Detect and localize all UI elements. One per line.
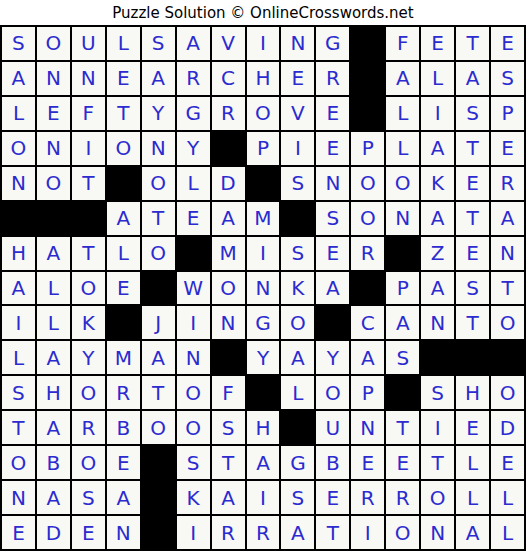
black-cell: [351, 62, 384, 95]
letter-cell: A: [281, 341, 314, 374]
letter-cell: O: [421, 481, 454, 514]
letter-cell: V: [281, 97, 314, 130]
letter-cell: L: [386, 97, 419, 130]
letter-cell: E: [491, 132, 524, 165]
letter-cell: E: [351, 446, 384, 479]
letter-cell: N: [281, 27, 314, 60]
letter-cell: B: [37, 446, 70, 479]
black-cell: [281, 411, 314, 444]
letter-cell: E: [456, 167, 489, 200]
letter-cell: A: [37, 481, 70, 514]
letter-cell: L: [37, 306, 70, 339]
letter-cell: E: [72, 516, 105, 549]
letter-cell: R: [351, 237, 384, 270]
letter-cell: S: [2, 376, 35, 409]
black-cell: [72, 202, 105, 235]
letter-cell: E: [456, 237, 489, 270]
letter-cell: I: [177, 306, 210, 339]
letter-cell: E: [281, 62, 314, 95]
letter-cell: O: [107, 132, 140, 165]
letter-cell: T: [456, 202, 489, 235]
letter-cell: O: [37, 167, 70, 200]
letter-cell: L: [456, 481, 489, 514]
letter-cell: H: [247, 62, 280, 95]
letter-cell: R: [212, 516, 245, 549]
letter-cell: A: [212, 481, 245, 514]
letter-cell: O: [281, 306, 314, 339]
letter-cell: L: [177, 167, 210, 200]
black-cell: [212, 341, 245, 374]
letter-cell: S: [456, 97, 489, 130]
letter-cell: E: [316, 237, 349, 270]
black-cell: [107, 306, 140, 339]
letter-cell: M: [212, 237, 245, 270]
letter-cell: A: [456, 516, 489, 549]
letter-cell: O: [72, 446, 105, 479]
letter-cell: O: [351, 202, 384, 235]
letter-cell: R: [107, 376, 140, 409]
letter-cell: S: [2, 27, 35, 60]
letter-cell: N: [212, 306, 245, 339]
black-cell: [351, 272, 384, 305]
letter-cell: N: [2, 167, 35, 200]
letter-cell: G: [177, 97, 210, 130]
letter-cell: E: [37, 97, 70, 130]
letter-cell: O: [386, 167, 419, 200]
letter-cell: L: [421, 62, 454, 95]
letter-cell: L: [491, 516, 524, 549]
letter-cell: R: [212, 97, 245, 130]
letter-cell: A: [386, 62, 419, 95]
letter-cell: M: [247, 202, 280, 235]
letter-cell: I: [351, 516, 384, 549]
letter-cell: K: [177, 481, 210, 514]
letter-cell: A: [316, 272, 349, 305]
letter-cell: F: [386, 27, 419, 60]
letter-cell: S: [281, 167, 314, 200]
letter-cell: R: [247, 516, 280, 549]
letter-cell: N: [421, 306, 454, 339]
letter-cell: Y: [142, 97, 175, 130]
letter-cell: L: [107, 27, 140, 60]
letter-cell: E: [456, 411, 489, 444]
letter-cell: H: [247, 411, 280, 444]
letter-cell: N: [37, 132, 70, 165]
black-cell: [142, 272, 175, 305]
letter-cell: O: [37, 27, 70, 60]
letter-cell: F: [72, 97, 105, 130]
letter-cell: S: [421, 376, 454, 409]
letter-cell: A: [2, 62, 35, 95]
letter-cell: O: [212, 272, 245, 305]
letter-cell: D: [491, 411, 524, 444]
letter-cell: A: [456, 62, 489, 95]
letter-cell: A: [212, 202, 245, 235]
letter-cell: T: [386, 411, 419, 444]
letter-cell: I: [72, 132, 105, 165]
letter-cell: N: [37, 62, 70, 95]
letter-cell: T: [142, 202, 175, 235]
letter-cell: I: [281, 132, 314, 165]
letter-cell: E: [2, 516, 35, 549]
letter-cell: K: [281, 272, 314, 305]
letter-cell: A: [421, 202, 454, 235]
letter-cell: O: [177, 411, 210, 444]
letter-cell: O: [142, 411, 175, 444]
letter-cell: L: [281, 376, 314, 409]
letter-cell: L: [386, 132, 419, 165]
black-cell: [212, 132, 245, 165]
letter-cell: U: [72, 27, 105, 60]
letter-cell: E: [316, 481, 349, 514]
letter-cell: T: [456, 306, 489, 339]
letter-cell: P: [351, 132, 384, 165]
black-cell: [2, 202, 35, 235]
letter-cell: F: [212, 376, 245, 409]
letter-cell: O: [386, 516, 419, 549]
letter-cell: O: [351, 167, 384, 200]
letter-cell: N: [107, 516, 140, 549]
black-cell: [456, 341, 489, 374]
letter-cell: E: [316, 97, 349, 130]
letter-cell: P: [386, 272, 419, 305]
letter-cell: R: [72, 411, 105, 444]
letter-cell: R: [316, 62, 349, 95]
letter-cell: L: [491, 481, 524, 514]
letter-cell: O: [491, 306, 524, 339]
letter-cell: C: [351, 306, 384, 339]
letter-cell: A: [351, 341, 384, 374]
letter-cell: S: [177, 446, 210, 479]
letter-cell: N: [491, 237, 524, 270]
letter-cell: O: [142, 167, 175, 200]
letter-cell: T: [72, 167, 105, 200]
letter-cell: E: [107, 446, 140, 479]
letter-cell: L: [2, 341, 35, 374]
black-cell: [142, 516, 175, 549]
letter-cell: G: [247, 306, 280, 339]
letter-cell: E: [177, 202, 210, 235]
letter-cell: S: [72, 481, 105, 514]
black-cell: [281, 202, 314, 235]
letter-cell: P: [491, 97, 524, 130]
letter-cell: O: [491, 376, 524, 409]
letter-cell: A: [37, 341, 70, 374]
crossword-grid: SOULSAVINGFETEANNEARCHERALASLEFTYGROVELI…: [0, 25, 526, 551]
letter-cell: N: [421, 516, 454, 549]
letter-cell: E: [316, 132, 349, 165]
letter-cell: E: [491, 27, 524, 60]
letter-cell: E: [107, 62, 140, 95]
letter-cell: I: [247, 481, 280, 514]
letter-cell: P: [351, 376, 384, 409]
letter-cell: O: [2, 446, 35, 479]
letter-cell: R: [177, 62, 210, 95]
letter-cell: T: [107, 97, 140, 130]
letter-cell: A: [386, 306, 419, 339]
letter-cell: O: [316, 376, 349, 409]
letter-cell: T: [212, 446, 245, 479]
letter-cell: T: [316, 516, 349, 549]
black-cell: [247, 376, 280, 409]
letter-cell: T: [491, 272, 524, 305]
black-cell: [386, 237, 419, 270]
letter-cell: V: [212, 27, 245, 60]
black-cell: [142, 481, 175, 514]
puzzle-solution-page: Puzzle Solution © OnlineCrosswords.net S…: [0, 0, 526, 551]
black-cell: [107, 167, 140, 200]
letter-cell: A: [37, 237, 70, 270]
letter-cell: A: [2, 272, 35, 305]
letter-cell: B: [316, 446, 349, 479]
letter-cell: I: [421, 411, 454, 444]
letter-cell: E: [107, 272, 140, 305]
black-cell: [37, 202, 70, 235]
letter-cell: O: [72, 272, 105, 305]
letter-cell: E: [491, 446, 524, 479]
letter-cell: N: [2, 481, 35, 514]
letter-cell: N: [247, 272, 280, 305]
letter-cell: I: [421, 97, 454, 130]
letter-cell: S: [316, 202, 349, 235]
letter-cell: Y: [247, 341, 280, 374]
letter-cell: O: [2, 132, 35, 165]
letter-cell: W: [177, 272, 210, 305]
black-cell: [351, 97, 384, 130]
letter-cell: Y: [316, 341, 349, 374]
letter-cell: A: [491, 202, 524, 235]
letter-cell: I: [247, 237, 280, 270]
black-cell: [177, 237, 210, 270]
letter-cell: L: [37, 272, 70, 305]
letter-cell: N: [351, 411, 384, 444]
black-cell: [247, 167, 280, 200]
letter-cell: I: [2, 306, 35, 339]
letter-cell: O: [177, 376, 210, 409]
black-cell: [316, 306, 349, 339]
letter-cell: A: [281, 516, 314, 549]
title-bar: Puzzle Solution © OnlineCrosswords.net: [0, 0, 526, 25]
letter-cell: N: [316, 167, 349, 200]
letter-cell: N: [142, 132, 175, 165]
letter-cell: E: [421, 27, 454, 60]
letter-cell: A: [107, 481, 140, 514]
letter-cell: S: [281, 237, 314, 270]
letter-cell: Z: [421, 237, 454, 270]
letter-cell: K: [72, 306, 105, 339]
black-cell: [351, 27, 384, 60]
letter-cell: P: [247, 132, 280, 165]
letter-cell: S: [456, 272, 489, 305]
letter-cell: S: [212, 411, 245, 444]
letter-cell: A: [421, 132, 454, 165]
letter-cell: K: [421, 167, 454, 200]
black-cell: [386, 376, 419, 409]
letter-cell: G: [281, 446, 314, 479]
letter-cell: O: [142, 237, 175, 270]
letter-cell: S: [491, 62, 524, 95]
letter-cell: N: [386, 202, 419, 235]
letter-cell: E: [386, 446, 419, 479]
letter-cell: N: [72, 62, 105, 95]
letter-cell: I: [177, 516, 210, 549]
letter-cell: N: [177, 341, 210, 374]
letter-cell: A: [177, 27, 210, 60]
letter-cell: R: [386, 481, 419, 514]
letter-cell: R: [491, 167, 524, 200]
letter-cell: T: [456, 132, 489, 165]
letter-cell: Y: [177, 132, 210, 165]
black-cell: [421, 341, 454, 374]
letter-cell: D: [37, 516, 70, 549]
letter-cell: T: [456, 27, 489, 60]
letter-cell: M: [107, 341, 140, 374]
letter-cell: D: [212, 167, 245, 200]
letter-cell: O: [72, 376, 105, 409]
letter-cell: B: [107, 411, 140, 444]
letter-cell: I: [247, 27, 280, 60]
page-title: Puzzle Solution © OnlineCrosswords.net: [112, 4, 413, 22]
letter-cell: O: [247, 97, 280, 130]
letter-cell: L: [2, 97, 35, 130]
letter-cell: S: [386, 341, 419, 374]
letter-cell: J: [142, 306, 175, 339]
letter-cell: H: [37, 376, 70, 409]
letter-cell: A: [142, 62, 175, 95]
letter-cell: G: [316, 27, 349, 60]
black-cell: [491, 341, 524, 374]
black-cell: [142, 446, 175, 479]
letter-cell: T: [2, 411, 35, 444]
letter-cell: R: [351, 481, 384, 514]
letter-cell: U: [316, 411, 349, 444]
letter-cell: A: [107, 202, 140, 235]
letter-cell: A: [421, 272, 454, 305]
letter-cell: H: [456, 376, 489, 409]
letter-cell: Y: [72, 341, 105, 374]
letter-cell: T: [72, 237, 105, 270]
letter-cell: C: [212, 62, 245, 95]
letter-cell: T: [421, 446, 454, 479]
letter-cell: A: [142, 341, 175, 374]
letter-cell: L: [107, 237, 140, 270]
letter-cell: L: [456, 446, 489, 479]
letter-cell: A: [37, 411, 70, 444]
letter-cell: H: [2, 237, 35, 270]
letter-cell: T: [142, 376, 175, 409]
letter-cell: A: [247, 446, 280, 479]
letter-cell: S: [281, 481, 314, 514]
letter-cell: S: [142, 27, 175, 60]
